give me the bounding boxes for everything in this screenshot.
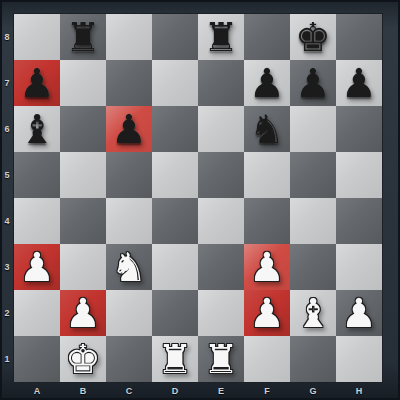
square-b1[interactable]: ♚: [60, 336, 106, 382]
square-c1[interactable]: [106, 336, 152, 382]
square-g2[interactable]: ♝: [290, 290, 336, 336]
square-f3[interactable]: ♟: [244, 244, 290, 290]
rank-label-2: 2: [0, 290, 14, 336]
piece-black-knight[interactable]: ♞: [249, 106, 285, 152]
square-h1[interactable]: [336, 336, 382, 382]
piece-black-bishop[interactable]: ♝: [19, 106, 55, 152]
square-g5[interactable]: [290, 152, 336, 198]
square-b6[interactable]: [60, 106, 106, 152]
piece-white-pawn[interactable]: ♟: [249, 290, 285, 336]
rank-label-4: 4: [0, 198, 14, 244]
square-e6[interactable]: [198, 106, 244, 152]
square-g8[interactable]: ♚: [290, 14, 336, 60]
file-label-d: D: [152, 382, 198, 400]
square-d6[interactable]: [152, 106, 198, 152]
rank-label-3: 3: [0, 244, 14, 290]
square-f1[interactable]: [244, 336, 290, 382]
square-h7[interactable]: ♟: [336, 60, 382, 106]
file-label-c: C: [106, 382, 152, 400]
square-b2[interactable]: ♟: [60, 290, 106, 336]
square-h8[interactable]: [336, 14, 382, 60]
square-b4[interactable]: [60, 198, 106, 244]
square-g1[interactable]: [290, 336, 336, 382]
square-h5[interactable]: [336, 152, 382, 198]
piece-black-pawn[interactable]: ♟: [341, 60, 377, 106]
piece-black-pawn[interactable]: ♟: [19, 60, 55, 106]
file-label-h: H: [336, 382, 382, 400]
rank-labels: 87654321: [0, 14, 14, 382]
square-e2[interactable]: [198, 290, 244, 336]
piece-black-pawn[interactable]: ♟: [111, 106, 147, 152]
square-a6[interactable]: ♝: [14, 106, 60, 152]
chess-board: ♜♜♚♟♟♟♟♝♟♞♟♞♟♟♟♝♟♚♜♜: [14, 14, 382, 382]
rank-label-7: 7: [0, 60, 14, 106]
square-e8[interactable]: ♜: [198, 14, 244, 60]
piece-white-king[interactable]: ♚: [65, 336, 101, 382]
square-f8[interactable]: [244, 14, 290, 60]
square-g7[interactable]: ♟: [290, 60, 336, 106]
square-e3[interactable]: [198, 244, 244, 290]
square-f6[interactable]: ♞: [244, 106, 290, 152]
square-f2[interactable]: ♟: [244, 290, 290, 336]
piece-white-pawn[interactable]: ♟: [65, 290, 101, 336]
square-b3[interactable]: [60, 244, 106, 290]
square-g3[interactable]: [290, 244, 336, 290]
square-f7[interactable]: ♟: [244, 60, 290, 106]
square-g4[interactable]: [290, 198, 336, 244]
rank-label-1: 1: [0, 336, 14, 382]
square-e5[interactable]: [198, 152, 244, 198]
file-labels: ABCDEFGH: [14, 382, 382, 400]
square-d3[interactable]: [152, 244, 198, 290]
square-d4[interactable]: [152, 198, 198, 244]
piece-white-knight[interactable]: ♞: [111, 244, 147, 290]
piece-black-pawn[interactable]: ♟: [295, 60, 331, 106]
file-label-g: G: [290, 382, 336, 400]
rank-label-6: 6: [0, 106, 14, 152]
square-b7[interactable]: [60, 60, 106, 106]
square-d2[interactable]: [152, 290, 198, 336]
square-e7[interactable]: [198, 60, 244, 106]
square-c3[interactable]: ♞: [106, 244, 152, 290]
piece-black-rook[interactable]: ♜: [65, 14, 101, 60]
square-h3[interactable]: [336, 244, 382, 290]
square-a3[interactable]: ♟: [14, 244, 60, 290]
square-d5[interactable]: [152, 152, 198, 198]
file-label-a: A: [14, 382, 60, 400]
square-e1[interactable]: ♜: [198, 336, 244, 382]
square-g6[interactable]: [290, 106, 336, 152]
square-c7[interactable]: [106, 60, 152, 106]
square-c8[interactable]: [106, 14, 152, 60]
square-h2[interactable]: ♟: [336, 290, 382, 336]
square-f4[interactable]: [244, 198, 290, 244]
square-d1[interactable]: ♜: [152, 336, 198, 382]
file-label-b: B: [60, 382, 106, 400]
piece-white-pawn[interactable]: ♟: [19, 244, 55, 290]
square-d8[interactable]: [152, 14, 198, 60]
rank-label-5: 5: [0, 152, 14, 198]
piece-white-bishop[interactable]: ♝: [295, 290, 331, 336]
file-label-f: F: [244, 382, 290, 400]
piece-white-rook[interactable]: ♜: [157, 336, 193, 382]
square-b5[interactable]: [60, 152, 106, 198]
square-h4[interactable]: [336, 198, 382, 244]
square-d7[interactable]: [152, 60, 198, 106]
piece-black-pawn[interactable]: ♟: [249, 60, 285, 106]
piece-white-rook[interactable]: ♜: [203, 336, 239, 382]
square-f5[interactable]: [244, 152, 290, 198]
piece-black-king[interactable]: ♚: [295, 14, 331, 60]
board-frame: 87654321 ABCDEFGH ♜♜♚♟♟♟♟♝♟♞♟♞♟♟♟♝♟♚♜♜: [0, 0, 400, 400]
square-c4[interactable]: [106, 198, 152, 244]
piece-black-rook[interactable]: ♜: [203, 14, 239, 60]
rank-label-8: 8: [0, 14, 14, 60]
square-c5[interactable]: [106, 152, 152, 198]
piece-white-pawn[interactable]: ♟: [341, 290, 377, 336]
square-a1[interactable]: [14, 336, 60, 382]
square-e4[interactable]: [198, 198, 244, 244]
square-a5[interactable]: [14, 152, 60, 198]
square-a8[interactable]: [14, 14, 60, 60]
square-a4[interactable]: [14, 198, 60, 244]
square-h6[interactable]: [336, 106, 382, 152]
piece-white-pawn[interactable]: ♟: [249, 244, 285, 290]
square-b8[interactable]: ♜: [60, 14, 106, 60]
square-c2[interactable]: [106, 290, 152, 336]
file-label-e: E: [198, 382, 244, 400]
square-c6[interactable]: ♟: [106, 106, 152, 152]
square-a7[interactable]: ♟: [14, 60, 60, 106]
square-a2[interactable]: [14, 290, 60, 336]
